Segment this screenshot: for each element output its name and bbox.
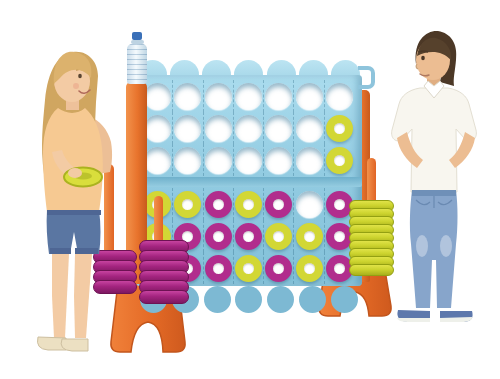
- cell-r1-c5: [264, 80, 294, 112]
- girl-shoe-right: [61, 339, 88, 351]
- girl-shorts-hem-right: [75, 248, 98, 254]
- bottle-cap: [132, 32, 142, 40]
- cell-r3-c1: [143, 144, 173, 176]
- cell-r1-c2: [173, 80, 203, 112]
- disc-r2-c3-empty: [205, 115, 232, 142]
- boy-player: [380, 28, 492, 324]
- boy-sneaker-left-sole: [397, 318, 430, 322]
- disc-r6-c5-magenta: [265, 255, 292, 282]
- disc-r3-c2-empty: [174, 147, 201, 174]
- cell-r1-c4: [234, 80, 264, 112]
- cell-r2-c7: [325, 112, 355, 144]
- cell-r3-c2: [173, 144, 203, 176]
- cell-r1-c1: [143, 80, 173, 112]
- girl-hand: [68, 168, 82, 178]
- boy-eye: [421, 56, 425, 61]
- disc-r2-c6-empty: [296, 115, 323, 142]
- disc-r6-c3-magenta: [205, 255, 232, 282]
- cell-r2-c5: [264, 112, 294, 144]
- magenta-spare-ring: [139, 290, 189, 304]
- girl-eye: [78, 74, 82, 79]
- boy-knee-fade-left: [416, 235, 428, 257]
- cell-r6-c5: [264, 252, 294, 284]
- cell-r2-c3: [204, 112, 234, 144]
- cell-r4-c3: [204, 188, 234, 220]
- cell-r1-c7: [325, 80, 355, 112]
- boy-knee-fade-right: [440, 235, 452, 257]
- disc-r2-c2-empty: [174, 115, 201, 142]
- bottom-scallop: [267, 286, 294, 313]
- cell-r2-c4: [234, 112, 264, 144]
- cell-r2-c6: [294, 112, 324, 144]
- disc-r6-c4-yellow: [235, 255, 262, 282]
- cell-r2-c1: [143, 112, 173, 144]
- disc-r3-c4-empty: [235, 147, 262, 174]
- disc-r6-c6-yellow: [296, 255, 323, 282]
- disc-r3-c7-yellow: [326, 147, 353, 174]
- cell-r1-c3: [204, 80, 234, 112]
- disc-r4-c4-yellow: [235, 191, 262, 218]
- disc-r2-c1-empty: [144, 115, 171, 142]
- boy-jeans-waistband: [412, 190, 456, 196]
- cell-r5-c6: [294, 220, 324, 252]
- disc-r5-c5-yellow: [265, 223, 292, 250]
- girl-shorts: [47, 210, 101, 254]
- bottom-scallop: [235, 286, 262, 313]
- cell-r3-c5: [264, 144, 294, 176]
- girl-leg-left: [52, 254, 69, 338]
- disc-r4-c3-magenta: [205, 191, 232, 218]
- disc-r1-c3-empty: [205, 83, 232, 110]
- cell-r3-c7: [325, 144, 355, 176]
- scene: [0, 0, 500, 379]
- disc-r1-c5-empty: [265, 83, 292, 110]
- bottom-scallop: [331, 286, 358, 313]
- girl-player: [24, 46, 140, 358]
- cell-r5-c4: [234, 220, 264, 252]
- cell-r6-c3: [204, 252, 234, 284]
- bottom-scallop: [204, 286, 231, 313]
- cell-r6-c4: [234, 252, 264, 284]
- bottom-scallop: [299, 286, 326, 313]
- cell-r4-c6: [294, 188, 324, 220]
- disc-r5-c3-magenta: [205, 223, 232, 250]
- girl-leg-right: [74, 254, 92, 338]
- cell-r4-c4: [234, 188, 264, 220]
- girl-shirt: [43, 108, 103, 212]
- cell-r5-c3: [204, 220, 234, 252]
- disc-r1-c2-empty: [174, 83, 201, 110]
- cell-r2-c2: [173, 112, 203, 144]
- disc-r2-c4-empty: [235, 115, 262, 142]
- cell-r5-c5: [264, 220, 294, 252]
- magenta-ring-stack-back: [139, 240, 189, 304]
- cell-r4-c2: [173, 188, 203, 220]
- disc-r4-c5-magenta: [265, 191, 292, 218]
- girl-waistband: [47, 210, 101, 215]
- disc-r5-c4-magenta: [235, 223, 262, 250]
- disc-r2-c7-yellow: [326, 115, 353, 142]
- cell-r3-c3: [204, 144, 234, 176]
- cell-r6-c6: [294, 252, 324, 284]
- cell-r4-c5: [264, 188, 294, 220]
- cell-r3-c6: [294, 144, 324, 176]
- side-clip: [358, 66, 375, 89]
- girl-shorts-hem-left: [50, 248, 71, 254]
- disc-r1-c4-empty: [235, 83, 262, 110]
- disc-r3-c3-empty: [205, 147, 232, 174]
- cell-r3-c4: [234, 144, 264, 176]
- disc-r4-c2-yellow: [174, 191, 201, 218]
- disc-r4-c6-empty: [296, 191, 323, 218]
- disc-r1-c6-empty: [296, 83, 323, 110]
- disc-r3-c6-empty: [296, 147, 323, 174]
- disc-r5-c6-yellow: [296, 223, 323, 250]
- board-grid-top: [143, 80, 355, 176]
- disc-r1-c1-empty: [144, 83, 171, 110]
- disc-r3-c5-empty: [265, 147, 292, 174]
- disc-r1-c7-empty: [326, 83, 353, 110]
- cell-r1-c6: [294, 80, 324, 112]
- girl-blush: [73, 83, 79, 89]
- mid-rail: [136, 177, 362, 187]
- disc-r2-c5-empty: [265, 115, 292, 142]
- disc-r3-c1-empty: [144, 147, 171, 174]
